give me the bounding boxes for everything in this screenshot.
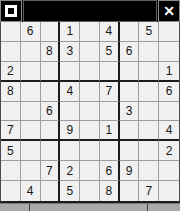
cell-r1c1[interactable] (1, 22, 21, 42)
cell-r7c4[interactable] (60, 141, 80, 161)
cell-r5c4[interactable] (60, 102, 80, 122)
cell-r6c7[interactable] (120, 121, 140, 141)
cell-r1c5[interactable] (80, 22, 100, 42)
cell-r2c6[interactable]: 5 (100, 42, 120, 62)
cell-r9c4[interactable]: 5 (60, 181, 80, 201)
cell-r9c5[interactable] (80, 181, 100, 201)
cell-r2c2[interactable] (21, 42, 41, 62)
cell-r2c8[interactable] (139, 42, 159, 62)
cell-r3c9[interactable]: 1 (159, 62, 179, 82)
cell-r4c2[interactable] (21, 82, 41, 102)
system-menu-button[interactable] (0, 0, 22, 22)
cell-r5c3[interactable]: 6 (41, 102, 61, 122)
cell-r3c5[interactable] (80, 62, 100, 82)
cell-r3c7[interactable] (120, 62, 140, 82)
cell-r2c3[interactable]: 8 (41, 42, 61, 62)
window-bottom-border[interactable] (0, 203, 180, 211)
cell-r2c4[interactable]: 3 (60, 42, 80, 62)
sudoku-window: ✕ 614583562184766379145272694587 (0, 0, 180, 211)
cell-r7c8[interactable] (139, 141, 159, 161)
cell-r8c1[interactable] (1, 161, 21, 181)
cell-r7c3[interactable] (41, 141, 61, 161)
cell-r8c5[interactable] (80, 161, 100, 181)
cell-r9c2[interactable]: 4 (21, 181, 41, 201)
cell-r3c1[interactable]: 2 (1, 62, 21, 82)
cell-r4c8[interactable] (139, 82, 159, 102)
cell-r8c8[interactable] (139, 161, 159, 181)
cell-r6c5[interactable] (80, 121, 100, 141)
cell-r4c5[interactable] (80, 82, 100, 102)
cell-r8c4[interactable]: 2 (60, 161, 80, 181)
cell-r7c9[interactable]: 2 (159, 141, 179, 161)
resize-notch-left (29, 204, 30, 211)
cell-r9c8[interactable]: 7 (139, 181, 159, 201)
close-icon: ✕ (163, 3, 175, 19)
cell-r8c7[interactable]: 9 (120, 161, 140, 181)
close-button[interactable]: ✕ (158, 0, 180, 22)
cell-r9c6[interactable]: 8 (100, 181, 120, 201)
cell-r1c4[interactable]: 1 (60, 22, 80, 42)
cell-r1c9[interactable] (159, 22, 179, 42)
cell-r4c1[interactable]: 8 (1, 82, 21, 102)
cell-r6c9[interactable]: 4 (159, 121, 179, 141)
cell-r7c6[interactable] (100, 141, 120, 161)
cell-r5c9[interactable] (159, 102, 179, 122)
system-menu-icon (5, 5, 17, 17)
cell-r3c8[interactable] (139, 62, 159, 82)
cell-r3c2[interactable] (21, 62, 41, 82)
cell-r6c3[interactable] (41, 121, 61, 141)
cell-r4c3[interactable] (41, 82, 61, 102)
cell-r5c1[interactable] (1, 102, 21, 122)
cell-r1c3[interactable] (41, 22, 61, 42)
cell-r3c6[interactable] (100, 62, 120, 82)
cell-r9c7[interactable] (120, 181, 140, 201)
cell-r1c8[interactable]: 5 (139, 22, 159, 42)
cell-r4c7[interactable] (120, 82, 140, 102)
cell-r7c2[interactable] (21, 141, 41, 161)
cell-r6c8[interactable] (139, 121, 159, 141)
title-bar[interactable]: ✕ (0, 0, 180, 22)
cell-r9c9[interactable] (159, 181, 179, 201)
cell-r3c3[interactable] (41, 62, 61, 82)
window-title (23, 0, 157, 22)
cell-r1c2[interactable]: 6 (21, 22, 41, 42)
cell-r4c9[interactable]: 6 (159, 82, 179, 102)
cell-r8c6[interactable]: 6 (100, 161, 120, 181)
cell-r1c7[interactable] (120, 22, 140, 42)
resize-notch-right (147, 204, 148, 211)
cell-r8c2[interactable] (21, 161, 41, 181)
cell-r2c9[interactable] (159, 42, 179, 62)
cell-r5c8[interactable] (139, 102, 159, 122)
cell-r7c5[interactable] (80, 141, 100, 161)
cell-r3c4[interactable] (60, 62, 80, 82)
cell-r6c4[interactable]: 9 (60, 121, 80, 141)
cell-r5c2[interactable] (21, 102, 41, 122)
cell-r6c2[interactable] (21, 121, 41, 141)
cell-r7c1[interactable]: 5 (1, 141, 21, 161)
cell-r5c7[interactable]: 3 (120, 102, 140, 122)
cell-r7c7[interactable] (120, 141, 140, 161)
cell-r2c7[interactable]: 6 (120, 42, 140, 62)
cell-r4c6[interactable]: 7 (100, 82, 120, 102)
cell-r1c6[interactable]: 4 (100, 22, 120, 42)
cell-r6c1[interactable]: 7 (1, 121, 21, 141)
cell-r8c9[interactable] (159, 161, 179, 181)
cell-r9c1[interactable] (1, 181, 21, 201)
cell-r2c1[interactable] (1, 42, 21, 62)
cell-r5c5[interactable] (80, 102, 100, 122)
sudoku-board: 614583562184766379145272694587 (0, 22, 180, 203)
cell-r8c3[interactable]: 7 (41, 161, 61, 181)
cell-r5c6[interactable] (100, 102, 120, 122)
cell-r4c4[interactable]: 4 (60, 82, 80, 102)
cell-r2c5[interactable] (80, 42, 100, 62)
cell-r6c6[interactable]: 1 (100, 121, 120, 141)
cell-r9c3[interactable] (41, 181, 61, 201)
